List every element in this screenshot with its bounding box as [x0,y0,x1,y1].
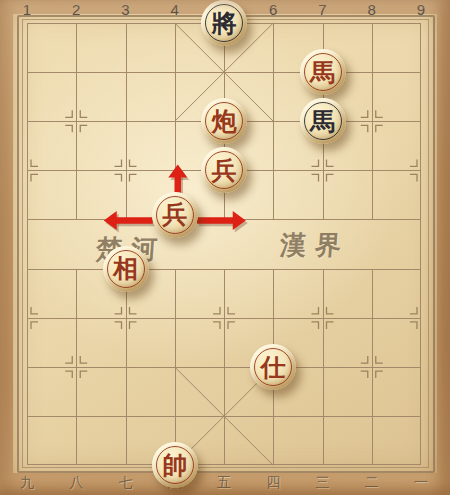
board-cell [27,121,76,170]
board-cell [76,318,125,367]
board-cell [27,72,76,121]
board-cell [175,367,224,416]
board-cell [323,170,372,219]
board-cell [126,121,175,170]
board-cell [372,23,421,72]
river-text-han-jie: 漢界 [279,228,351,263]
file-label-bottom-6: 四 [261,474,285,492]
board-cell [372,219,421,268]
board-cell [323,318,372,367]
piece-glyph-red: 仕 [261,355,286,380]
file-label-bottom-1: 九 [15,474,39,492]
piece-red-elephant[interactable]: 相 [103,246,149,292]
piece-glyph-black: 將 [212,11,237,36]
board-cell [175,318,224,367]
file-label-top-2: 2 [65,1,87,18]
board-cell [76,416,125,465]
board-cell [372,121,421,170]
piece-glyph-red: 炮 [212,109,237,134]
board-cell [126,23,175,72]
piece-red-general[interactable]: 帥 [152,442,198,488]
board-cell [175,269,224,318]
board-cell [273,416,322,465]
board-cell [126,367,175,416]
piece-red-horse[interactable]: 馬 [300,49,346,95]
piece-glyph-red: 馬 [310,60,335,85]
file-label-top-8: 8 [361,1,383,18]
file-label-bottom-7: 三 [311,474,335,492]
piece-red-soldier-selected[interactable]: 兵 [152,192,198,238]
board-cell [372,269,421,318]
board-cell [273,269,322,318]
board-cell [27,318,76,367]
board-cell [27,170,76,219]
board-cell [76,121,125,170]
board-cell [372,318,421,367]
file-label-bottom-3: 七 [114,474,138,492]
board-cell [323,269,372,318]
board-cell [372,416,421,465]
board-cell [126,72,175,121]
piece-glyph-red: 兵 [162,202,187,227]
board-cell [273,170,322,219]
file-label-top-9: 9 [410,1,432,18]
board-cell [323,367,372,416]
board-cell [224,416,273,465]
board-cell [372,367,421,416]
board-cell [372,170,421,219]
piece-glyph-red: 帥 [162,453,187,478]
file-label-top-6: 6 [262,1,284,18]
piece-black-horse[interactable]: 馬 [300,98,346,144]
board-cell [76,72,125,121]
file-label-bottom-9: 一 [409,474,433,492]
file-label-top-3: 3 [115,1,137,18]
piece-black-general[interactable]: 將 [201,0,247,46]
piece-red-advisor[interactable]: 仕 [250,344,296,390]
board-cell [224,269,273,318]
piece-red-cannon[interactable]: 炮 [201,98,247,144]
board-cell [76,23,125,72]
board-cell [76,367,125,416]
file-label-top-4: 4 [164,1,186,18]
piece-glyph-black: 馬 [310,109,335,134]
file-label-bottom-2: 八 [64,474,88,492]
board-cell [27,219,76,268]
board-cell [323,416,372,465]
file-label-top-7: 7 [312,1,334,18]
board-cell [27,269,76,318]
board-cell [27,367,76,416]
board-cell [224,219,273,268]
piece-glyph-red: 相 [113,256,138,281]
file-label-bottom-8: 二 [360,474,384,492]
board-cell [372,72,421,121]
file-label-top-1: 1 [16,1,38,18]
board-cell [126,318,175,367]
board-grid [27,23,421,465]
piece-glyph-red: 兵 [212,158,237,183]
board-cell [27,23,76,72]
board-cell [76,170,125,219]
board-cell [27,416,76,465]
file-label-bottom-5: 五 [212,474,236,492]
xiangqi-board: 123456789 九八七六五四三二一 楚河 漢界 將馬炮馬兵兵相仕帥 [0,0,450,495]
